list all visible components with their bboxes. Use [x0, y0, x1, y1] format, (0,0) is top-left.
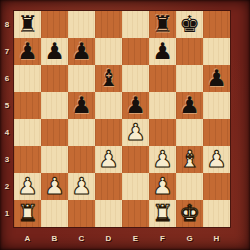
square-h8[interactable] — [203, 11, 230, 38]
square-d7[interactable] — [95, 38, 122, 65]
file-label-c: C — [68, 230, 95, 247]
piece-black-rook[interactable]: ♜ — [152, 11, 173, 38]
square-f7[interactable]: ♟ — [149, 38, 176, 65]
square-f3[interactable]: ♟ — [149, 146, 176, 173]
square-c4[interactable] — [68, 119, 95, 146]
rank-label-2: 2 — [0, 173, 14, 200]
rank-labels: 87654321 — [0, 11, 14, 227]
square-c2[interactable]: ♟ — [68, 173, 95, 200]
square-e3[interactable] — [122, 146, 149, 173]
square-h6[interactable]: ♟ — [203, 65, 230, 92]
square-a2[interactable]: ♟ — [14, 173, 41, 200]
square-c8[interactable] — [68, 11, 95, 38]
square-b7[interactable]: ♟ — [41, 38, 68, 65]
square-a1[interactable]: ♜ — [14, 200, 41, 227]
square-f1[interactable]: ♜ — [149, 200, 176, 227]
square-b3[interactable] — [41, 146, 68, 173]
square-b8[interactable] — [41, 11, 68, 38]
piece-black-pawn[interactable]: ♟ — [152, 38, 173, 65]
piece-white-pawn[interactable]: ♟ — [125, 119, 146, 146]
piece-white-bishop[interactable]: ♝ — [179, 146, 200, 173]
square-c5[interactable]: ♟ — [68, 92, 95, 119]
square-e7[interactable] — [122, 38, 149, 65]
square-c6[interactable] — [68, 65, 95, 92]
piece-white-pawn[interactable]: ♟ — [71, 173, 92, 200]
piece-white-pawn[interactable]: ♟ — [206, 146, 227, 173]
square-f8[interactable]: ♜ — [149, 11, 176, 38]
square-g3[interactable]: ♝ — [176, 146, 203, 173]
square-d2[interactable] — [95, 173, 122, 200]
square-a6[interactable] — [14, 65, 41, 92]
piece-white-pawn[interactable]: ♟ — [152, 146, 173, 173]
rank-label-8: 8 — [0, 11, 14, 38]
square-d3[interactable]: ♟ — [95, 146, 122, 173]
square-f6[interactable] — [149, 65, 176, 92]
piece-black-pawn[interactable]: ♟ — [71, 38, 92, 65]
square-c1[interactable] — [68, 200, 95, 227]
piece-white-pawn[interactable]: ♟ — [17, 173, 38, 200]
piece-white-pawn[interactable]: ♟ — [98, 146, 119, 173]
square-c7[interactable]: ♟ — [68, 38, 95, 65]
piece-white-rook[interactable]: ♜ — [152, 200, 173, 227]
file-label-g: G — [176, 230, 203, 247]
rank-label-5: 5 — [0, 92, 14, 119]
file-label-e: E — [122, 230, 149, 247]
file-label-b: B — [41, 230, 68, 247]
file-labels: ABCDEFGH — [14, 230, 230, 247]
chess-board: ♜♜♚♟♟♟♟♝♟♟♟♟♟♟♟♝♟♟♟♟♟♜♜♚ — [14, 11, 230, 227]
square-c3[interactable] — [68, 146, 95, 173]
square-b1[interactable] — [41, 200, 68, 227]
square-d5[interactable] — [95, 92, 122, 119]
rank-label-6: 6 — [0, 65, 14, 92]
rank-label-4: 4 — [0, 119, 14, 146]
square-d4[interactable] — [95, 119, 122, 146]
piece-black-pawn[interactable]: ♟ — [206, 65, 227, 92]
square-g2[interactable] — [176, 173, 203, 200]
square-d6[interactable]: ♝ — [95, 65, 122, 92]
square-h2[interactable] — [203, 173, 230, 200]
piece-white-pawn[interactable]: ♟ — [44, 173, 65, 200]
square-h4[interactable] — [203, 119, 230, 146]
square-h7[interactable] — [203, 38, 230, 65]
square-b5[interactable] — [41, 92, 68, 119]
square-e2[interactable] — [122, 173, 149, 200]
square-g1[interactable]: ♚ — [176, 200, 203, 227]
piece-black-pawn[interactable]: ♟ — [125, 92, 146, 119]
square-g6[interactable] — [176, 65, 203, 92]
piece-white-rook[interactable]: ♜ — [17, 200, 38, 227]
square-f2[interactable]: ♟ — [149, 173, 176, 200]
rank-label-7: 7 — [0, 38, 14, 65]
square-g8[interactable]: ♚ — [176, 11, 203, 38]
piece-black-pawn[interactable]: ♟ — [17, 38, 38, 65]
rank-label-1: 1 — [0, 200, 14, 227]
square-e1[interactable] — [122, 200, 149, 227]
square-h1[interactable] — [203, 200, 230, 227]
piece-black-king[interactable]: ♚ — [179, 11, 200, 38]
square-h5[interactable] — [203, 92, 230, 119]
square-b2[interactable]: ♟ — [41, 173, 68, 200]
square-b6[interactable] — [41, 65, 68, 92]
square-a5[interactable] — [14, 92, 41, 119]
square-d1[interactable] — [95, 200, 122, 227]
square-a8[interactable]: ♜ — [14, 11, 41, 38]
square-a4[interactable] — [14, 119, 41, 146]
square-g5[interactable]: ♟ — [176, 92, 203, 119]
file-label-h: H — [203, 230, 230, 247]
square-d8[interactable] — [95, 11, 122, 38]
piece-white-king[interactable]: ♚ — [179, 200, 200, 227]
square-g4[interactable] — [176, 119, 203, 146]
square-e6[interactable] — [122, 65, 149, 92]
piece-black-rook[interactable]: ♜ — [17, 11, 38, 38]
file-label-a: A — [14, 230, 41, 247]
piece-white-pawn[interactable]: ♟ — [152, 173, 173, 200]
board-frame: 87654321 ♜♜♚♟♟♟♟♝♟♟♟♟♟♟♟♝♟♟♟♟♟♜♜♚ ABCDEF… — [0, 0, 250, 250]
square-f5[interactable] — [149, 92, 176, 119]
square-g7[interactable] — [176, 38, 203, 65]
piece-black-bishop[interactable]: ♝ — [98, 65, 119, 92]
square-e5[interactable]: ♟ — [122, 92, 149, 119]
square-e8[interactable] — [122, 11, 149, 38]
square-e4[interactable]: ♟ — [122, 119, 149, 146]
file-label-d: D — [95, 230, 122, 247]
file-label-f: F — [149, 230, 176, 247]
piece-black-pawn[interactable]: ♟ — [71, 92, 92, 119]
square-f4[interactable] — [149, 119, 176, 146]
piece-black-pawn[interactable]: ♟ — [44, 38, 65, 65]
square-h3[interactable]: ♟ — [203, 146, 230, 173]
square-b4[interactable] — [41, 119, 68, 146]
square-a3[interactable] — [14, 146, 41, 173]
square-a7[interactable]: ♟ — [14, 38, 41, 65]
rank-label-3: 3 — [0, 146, 14, 173]
piece-black-pawn[interactable]: ♟ — [179, 92, 200, 119]
